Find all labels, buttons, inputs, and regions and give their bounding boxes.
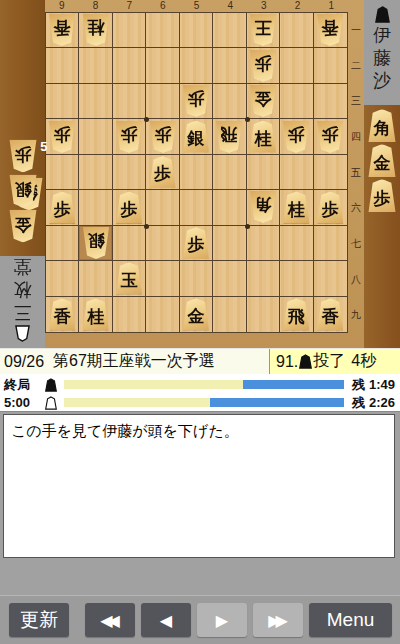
square-9八	[46, 261, 79, 296]
gote-piece-金: 金	[8, 209, 38, 242]
square-3四: 桂	[247, 119, 280, 154]
sente-piece-桂: 桂	[282, 191, 311, 223]
square-4九	[213, 297, 246, 332]
sente-clock-icon	[42, 378, 60, 392]
sente-clock-label: 終局	[0, 376, 42, 394]
square-8三	[79, 84, 112, 119]
square-2六: 桂	[280, 190, 313, 225]
square-3八	[247, 261, 280, 296]
square-9六: 歩	[46, 190, 79, 225]
square-9九: 香	[46, 297, 79, 332]
file-label-4: 4	[213, 0, 247, 12]
sente-hand-角: 角	[367, 109, 397, 142]
square-2四: 歩	[280, 119, 313, 154]
square-7九	[113, 297, 146, 332]
square-4六	[213, 190, 246, 225]
sente-move-icon	[299, 354, 312, 369]
square-2二	[280, 48, 313, 83]
square-8二	[79, 48, 112, 83]
square-8六	[79, 190, 112, 225]
file-label-7: 7	[112, 0, 146, 12]
previous-icon: ◀	[160, 611, 172, 630]
square-7七	[113, 226, 146, 261]
sente-hand-pieces: 角金歩	[364, 108, 400, 213]
sente-time-bar	[64, 380, 344, 389]
gote-hand-歩-x5: 歩5	[8, 139, 38, 172]
square-6二	[146, 48, 179, 83]
square-1六: 歩	[314, 190, 347, 225]
gote-piece-歩: 歩	[8, 139, 38, 172]
square-2七	[280, 226, 313, 261]
square-5六	[180, 190, 213, 225]
sente-piece-桂: 桂	[81, 298, 110, 330]
square-9五	[46, 155, 79, 190]
square-9七	[46, 226, 79, 261]
square-3九	[247, 297, 280, 332]
menu-button[interactable]: Menu	[309, 603, 392, 637]
move-info: 91. 投了 4秒	[270, 349, 400, 374]
square-7八: 玉	[113, 261, 146, 296]
square-1二	[314, 48, 347, 83]
square-6六	[146, 190, 179, 225]
square-4八	[213, 261, 246, 296]
square-4一	[213, 13, 246, 48]
sente-piece-歩: 歩	[115, 191, 144, 223]
event-title: 第67期王座戦一次予選	[53, 351, 215, 372]
gote-time-bar	[64, 398, 344, 407]
rank-label-一: 一	[348, 12, 364, 48]
rank-label-四: 四	[348, 119, 364, 155]
sente-piece-歩: 歩	[148, 156, 177, 188]
sente-piece-銀: 銀	[181, 121, 210, 153]
square-9三	[46, 84, 79, 119]
gote-name-block: 三枚堂	[0, 256, 45, 348]
square-6七	[146, 226, 179, 261]
gote-time-remaining: 残 2:26	[344, 394, 400, 412]
rewind-to-start-icon: ◀◀	[100, 611, 120, 630]
square-2五	[280, 155, 313, 190]
file-label-6: 6	[146, 0, 180, 12]
square-3七	[247, 226, 280, 261]
file-label-3: 3	[247, 0, 281, 12]
square-4五	[213, 155, 246, 190]
board-zone: 歩5銀銀金 三枚堂 987654321 香桂王香歩歩金歩歩歩銀飛桂歩歩歩歩歩角桂…	[0, 0, 400, 348]
file-label-2: 2	[281, 0, 315, 12]
square-1九: 香	[314, 297, 347, 332]
gote-name-area: 三枚堂	[0, 256, 45, 348]
gote-piece-歩: 歩	[48, 121, 77, 153]
gote-clock-label: 5:00	[0, 395, 42, 410]
sente-piece-歩: 歩	[181, 227, 210, 259]
star-point	[144, 117, 149, 122]
square-6九	[146, 297, 179, 332]
square-6五: 歩	[146, 155, 179, 190]
square-7一	[113, 13, 146, 48]
gote-piece-香: 香	[48, 14, 77, 46]
gote-side-strip: 歩5銀銀金 三枚堂	[0, 0, 45, 348]
sente-piece-歩: 歩	[367, 179, 397, 212]
previous-move-button[interactable]: ◀	[141, 603, 191, 637]
next-icon: ▶	[216, 611, 228, 630]
game-date: 09/26	[4, 353, 44, 371]
sente-hand-金: 金	[367, 144, 397, 177]
sente-time-remaining: 残 1:49	[344, 376, 400, 394]
rank-label-九: 九	[348, 297, 364, 333]
file-label-9: 9	[45, 0, 79, 12]
square-5九: 金	[180, 297, 213, 332]
gote-piece-歩: 歩	[115, 121, 144, 153]
square-6三	[146, 84, 179, 119]
gote-hand-count: 5	[40, 139, 47, 154]
square-7六: 歩	[113, 190, 146, 225]
move-elapsed: 4秒	[351, 351, 376, 372]
square-2八	[280, 261, 313, 296]
first-move-button[interactable]: ◀◀	[85, 603, 135, 637]
sente-piece-金: 金	[181, 298, 210, 330]
bottom-toolbar: 更新 ◀◀ ◀ ▶ ▶▶ Menu	[0, 595, 400, 644]
square-3六: 角	[247, 190, 280, 225]
gote-piece-歩: 歩	[282, 121, 311, 153]
square-9二	[46, 48, 79, 83]
rank-label-三: 三	[348, 83, 364, 119]
file-label-5: 5	[180, 0, 214, 12]
gote-captured-tray: 歩5銀銀金	[0, 0, 45, 256]
square-1八	[314, 261, 347, 296]
square-7三	[113, 84, 146, 119]
gote-piece-飛: 飛	[215, 121, 244, 153]
sente-clock-row: 終局 残 1:49	[0, 376, 400, 393]
file-label-8: 8	[79, 0, 113, 12]
sente-player-name: 伊藤沙	[371, 24, 393, 93]
sente-piece-歩: 歩	[316, 191, 345, 223]
sente-piece-玉: 玉	[115, 262, 144, 294]
gote-clock-icon	[42, 396, 60, 410]
gote-piece-桂: 桂	[81, 14, 110, 46]
star-point	[245, 224, 250, 229]
square-2三	[280, 84, 313, 119]
app-screen: 歩5銀銀金 三枚堂 987654321 香桂王香歩歩金歩歩歩銀飛桂歩歩歩歩歩角桂…	[0, 0, 400, 644]
square-5五	[180, 155, 213, 190]
gote-piece-香: 香	[316, 14, 345, 46]
gote-piece-歩: 歩	[316, 121, 345, 153]
rank-label-七: 七	[348, 226, 364, 262]
square-5三: 歩	[180, 84, 213, 119]
square-1五	[314, 155, 347, 190]
gote-piece-銀: 銀	[81, 227, 110, 259]
star-point	[144, 224, 149, 229]
rank-label-八: 八	[348, 262, 364, 298]
sente-hand-歩: 歩	[367, 179, 397, 212]
square-4二	[213, 48, 246, 83]
square-3三: 金	[247, 84, 280, 119]
square-7二	[113, 48, 146, 83]
square-1四: 歩	[314, 119, 347, 154]
square-4七	[213, 226, 246, 261]
square-5一	[180, 13, 213, 48]
square-5四: 銀	[180, 119, 213, 154]
comment-area: この手を見て伊藤が頭を下げた。	[0, 412, 400, 595]
square-2一	[280, 13, 313, 48]
board-frame: 987654321 香桂王香歩歩金歩歩歩銀飛桂歩歩歩歩歩角桂歩銀歩玉香桂金飛香 …	[45, 0, 364, 348]
sente-name-area: 伊藤沙	[364, 0, 400, 105]
square-1一: 香	[314, 13, 347, 48]
board-grid: 香桂王香歩歩金歩歩歩銀飛桂歩歩歩歩歩角桂歩銀歩玉香桂金飛香	[45, 12, 348, 333]
square-1七	[314, 226, 347, 261]
square-3二: 歩	[247, 48, 280, 83]
gote-piece-角: 角	[248, 191, 277, 223]
move-number: 91.	[276, 353, 298, 371]
sente-piece-香: 香	[48, 298, 77, 330]
sente-name-block: 伊藤沙	[364, 0, 400, 105]
square-7四: 歩	[113, 119, 146, 154]
sente-piece-桂: 桂	[248, 121, 277, 153]
update-button[interactable]: 更新	[9, 603, 69, 637]
rank-label-二: 二	[348, 48, 364, 84]
square-4四: 飛	[213, 119, 246, 154]
clock-panel: 終局 残 1:49 5:00 残 2:26	[0, 374, 400, 412]
sente-piece-歩: 歩	[48, 191, 77, 223]
gote-piece-歩: 歩	[148, 121, 177, 153]
square-2九: 飛	[280, 297, 313, 332]
square-3五	[247, 155, 280, 190]
square-6四: 歩	[146, 119, 179, 154]
file-label-1: 1	[314, 0, 348, 12]
sente-piece-飛: 飛	[282, 298, 311, 330]
gote-piece-icon	[15, 326, 30, 342]
sente-captured-tray: 角金歩	[364, 105, 400, 348]
file-labels: 987654321	[45, 0, 348, 12]
square-8七: 銀	[79, 226, 112, 261]
forward-to-end-icon: ▶▶	[268, 611, 288, 630]
square-1三	[314, 84, 347, 119]
gote-hand-pieces: 歩5銀銀金	[0, 138, 45, 243]
gote-hand-金: 金	[8, 209, 38, 242]
square-9四: 歩	[46, 119, 79, 154]
star-point	[245, 117, 250, 122]
gote-hand-銀-x2: 銀銀	[8, 174, 38, 207]
square-6一	[146, 13, 179, 48]
square-8九: 桂	[79, 297, 112, 332]
sente-piece-icon	[375, 6, 390, 22]
square-8四	[79, 119, 112, 154]
square-9一: 香	[46, 13, 79, 48]
square-8一: 桂	[79, 13, 112, 48]
rank-label-六: 六	[348, 190, 364, 226]
gote-piece-歩: 歩	[181, 85, 210, 117]
sente-side-strip: 伊藤沙 角金歩	[364, 0, 400, 348]
square-5七: 歩	[180, 226, 213, 261]
sente-piece-角: 角	[367, 109, 397, 142]
gote-piece-歩: 歩	[248, 50, 277, 82]
game-info: 09/26 第67期王座戦一次予選	[0, 349, 270, 374]
square-6八	[146, 261, 179, 296]
move-text: 投了	[313, 351, 345, 372]
last-move-button[interactable]: ▶▶	[253, 603, 303, 637]
square-5八	[180, 261, 213, 296]
rank-label-五: 五	[348, 155, 364, 191]
square-8五	[79, 155, 112, 190]
sente-piece-金: 金	[367, 144, 397, 177]
gote-piece-金: 金	[248, 85, 277, 117]
square-5二	[180, 48, 213, 83]
square-3一: 王	[247, 13, 280, 48]
square-4三	[213, 84, 246, 119]
square-8八	[79, 261, 112, 296]
gote-player-name: 三枚堂	[12, 255, 34, 324]
info-bar: 09/26 第67期王座戦一次予選 91. 投了 4秒	[0, 348, 400, 374]
commentary-text[interactable]: この手を見て伊藤が頭を下げた。	[3, 414, 395, 558]
square-7五	[113, 155, 146, 190]
rank-labels: 一二三四五六七八九	[348, 12, 364, 333]
sente-piece-香: 香	[316, 298, 345, 330]
next-move-button[interactable]: ▶	[197, 603, 247, 637]
gote-piece-王: 王	[248, 14, 277, 46]
gote-clock-row: 5:00 残 2:26	[0, 394, 400, 411]
